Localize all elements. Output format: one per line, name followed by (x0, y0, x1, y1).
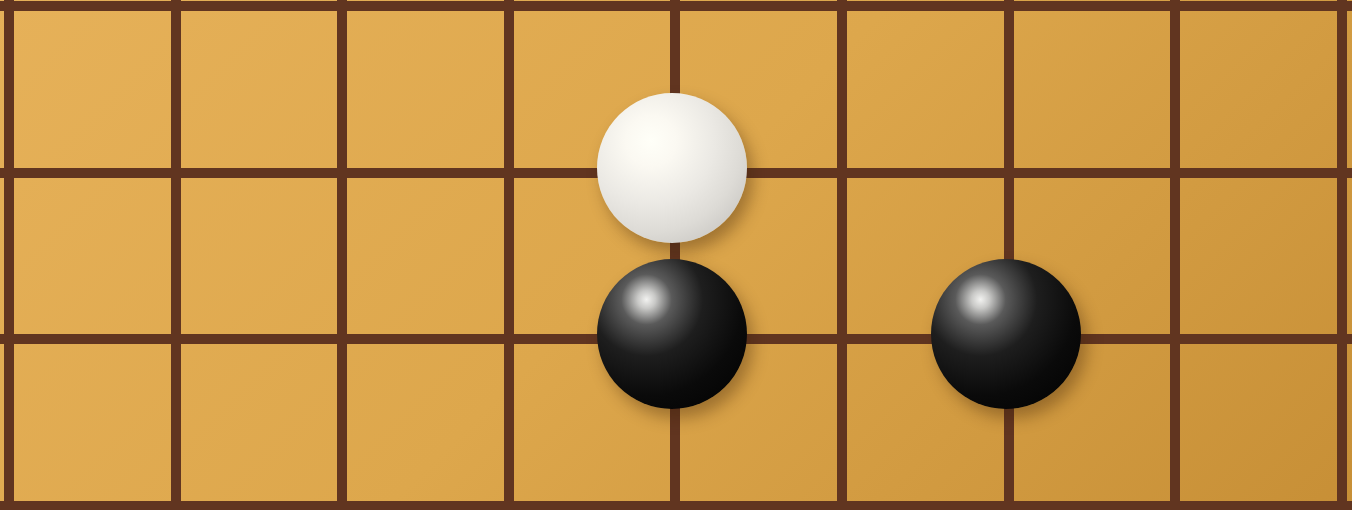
intersection-r1-c1[interactable] (92, 89, 259, 256)
intersection-r3-c6[interactable] (925, 422, 1092, 510)
intersection-r2-c5[interactable] (759, 256, 926, 423)
intersection-r1-c8[interactable] (1258, 89, 1352, 256)
intersection-r0-c1[interactable] (92, 0, 259, 89)
black-stone (597, 259, 747, 409)
intersection-r0-c4[interactable] (592, 0, 759, 89)
intersection-r1-c6[interactable] (925, 89, 1092, 256)
intersection-r1-c7[interactable] (1092, 89, 1259, 256)
intersection-r3-c5[interactable] (759, 422, 926, 510)
intersection-r3-c3[interactable] (425, 422, 592, 510)
intersection-r2-c1[interactable] (92, 256, 259, 423)
intersection-r0-c2[interactable] (259, 0, 426, 89)
intersection-r2-c8[interactable] (1258, 256, 1352, 423)
intersection-r0-c5[interactable] (759, 0, 926, 89)
black-stone (931, 259, 1081, 409)
go-board (0, 0, 1352, 510)
intersection-r2-c6[interactable] (925, 256, 1092, 423)
intersection-r3-c1[interactable] (92, 422, 259, 510)
intersection-r2-c4[interactable] (592, 256, 759, 423)
intersection-r0-c3[interactable] (425, 0, 592, 89)
intersection-r0-c7[interactable] (1092, 0, 1259, 89)
intersection-r2-c3[interactable] (425, 256, 592, 423)
intersection-r3-c0[interactable] (0, 422, 92, 510)
intersection-r0-c6[interactable] (925, 0, 1092, 89)
intersection-r2-c0[interactable] (0, 256, 92, 423)
intersection-r3-c7[interactable] (1092, 422, 1259, 510)
intersection-r1-c5[interactable] (759, 89, 926, 256)
intersection-r3-c2[interactable] (259, 422, 426, 510)
intersection-r2-c2[interactable] (259, 256, 426, 423)
white-stone (597, 93, 747, 243)
intersection-r1-c4[interactable] (592, 89, 759, 256)
intersection-r1-c0[interactable] (0, 89, 92, 256)
intersection-r1-c3[interactable] (425, 89, 592, 256)
go-grid (0, 0, 1352, 510)
intersection-r3-c4[interactable] (592, 422, 759, 510)
intersection-r0-c0[interactable] (0, 0, 92, 89)
intersection-r0-c8[interactable] (1258, 0, 1352, 89)
intersection-r1-c2[interactable] (259, 89, 426, 256)
intersection-r3-c8[interactable] (1258, 422, 1352, 510)
intersection-r2-c7[interactable] (1092, 256, 1259, 423)
